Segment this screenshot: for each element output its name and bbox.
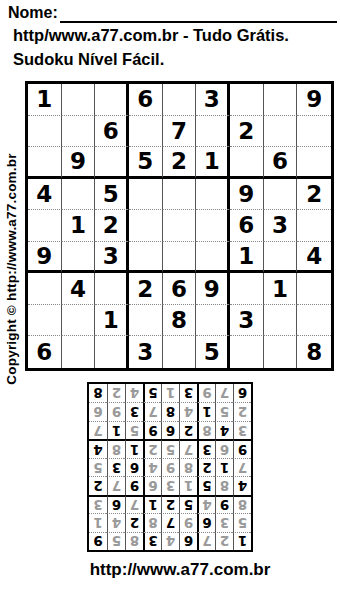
puzzle-cell-r3c2: 9 <box>62 147 96 179</box>
puzzle-cell-r9c8 <box>264 336 298 368</box>
solution-cell-r5c6: 4 <box>143 458 161 476</box>
puzzle-cell-r8c6 <box>196 305 230 337</box>
solution-cell-r2c3: 6 <box>197 513 215 531</box>
solution-cell-r5c8: 3 <box>107 458 125 476</box>
solution-cell-r2c1: 5 <box>233 513 251 531</box>
name-row: Nome: <box>8 2 337 23</box>
puzzle-cell-r4c1: 4 <box>28 179 62 211</box>
solution-cell-r5c1: 7 <box>233 458 251 476</box>
solution-cell-r6c1: 9 <box>233 439 251 457</box>
puzzle-cell-r3c1 <box>28 147 62 179</box>
puzzle-cell-r7c7 <box>230 273 264 305</box>
solution-cell-r8c5: 8 <box>161 402 179 420</box>
solution-cell-r9c2: 7 <box>215 384 233 402</box>
solution-cell-r6c4: 7 <box>179 439 197 457</box>
puzzle-cell-r7c9 <box>297 273 331 305</box>
puzzle-cell-r1c5 <box>163 84 197 116</box>
puzzle-cell-r4c9: 2 <box>297 179 331 211</box>
puzzle-cell-r5c6 <box>196 210 230 242</box>
solution-cell-r8c8: 9 <box>107 402 125 420</box>
puzzle-cell-r2c4 <box>129 116 163 148</box>
solution-cell-r5c5: 9 <box>161 458 179 476</box>
puzzle-cell-r7c5: 6 <box>163 273 197 305</box>
solution-cell-r3c3: 4 <box>197 495 215 513</box>
puzzle-cell-r9c7 <box>230 336 264 368</box>
puzzle-cell-r7c1 <box>28 273 62 305</box>
solution-cell-r5c7: 6 <box>125 458 143 476</box>
puzzle-cell-r5c2: 1 <box>62 210 96 242</box>
puzzle-cell-r7c2: 4 <box>62 273 96 305</box>
puzzle-cell-r9c5 <box>163 336 197 368</box>
puzzle-cell-r3c9 <box>297 147 331 179</box>
solution-cell-r7c7: 5 <box>125 421 143 439</box>
solution-cell-r5c2: 1 <box>215 458 233 476</box>
puzzle-cell-r4c8 <box>264 179 298 211</box>
solution-cell-r2c7: 2 <box>125 513 143 531</box>
puzzle-cell-r2c6 <box>196 116 230 148</box>
solution-cell-r4c3: 5 <box>197 476 215 494</box>
name-label: Nome: <box>8 3 58 23</box>
solution-cell-r6c7: 1 <box>125 439 143 457</box>
puzzle-cell-r8c5: 8 <box>163 305 197 337</box>
puzzle-cell-r3c3 <box>95 147 129 179</box>
solution-cell-r4c2: 8 <box>215 476 233 494</box>
puzzle-cell-r1c8 <box>264 84 298 116</box>
puzzle-cell-r4c2 <box>62 179 96 211</box>
puzzle-cell-r7c8: 1 <box>264 273 298 305</box>
puzzle-cell-r7c4: 2 <box>129 273 163 305</box>
puzzle-cell-r6c8 <box>264 242 298 274</box>
puzzle-cell-r6c6 <box>196 242 230 274</box>
puzzle-cell-r6c7: 1 <box>230 242 264 274</box>
puzzle-cell-r9c3 <box>95 336 129 368</box>
puzzle-cell-r5c9 <box>297 210 331 242</box>
puzzle-cell-r3c8: 6 <box>264 147 298 179</box>
solution-cell-r6c3: 3 <box>197 439 215 457</box>
solution-cell-r7c2: 4 <box>215 421 233 439</box>
puzzle-cell-r1c2 <box>62 84 96 116</box>
solution-cell-r5c3: 2 <box>197 458 215 476</box>
solution-cell-r9c4: 3 <box>179 384 197 402</box>
puzzle-cell-r6c2 <box>62 242 96 274</box>
site-tagline: http/www.a77.com.br - Tudo Grátis. <box>13 26 289 45</box>
solution-cell-r1c9: 9 <box>89 532 107 550</box>
puzzle-cell-r5c1 <box>28 210 62 242</box>
puzzle-cell-r8c4 <box>129 305 163 337</box>
solution-cell-r8c2: 5 <box>215 402 233 420</box>
puzzle-cell-r5c5 <box>163 210 197 242</box>
puzzle-cell-r3c5: 2 <box>163 147 197 179</box>
solution-cell-r4c5: 3 <box>161 476 179 494</box>
puzzle-cell-r8c9 <box>297 305 331 337</box>
solution-cell-r3c8: 6 <box>107 495 125 513</box>
puzzle-cell-r4c3: 5 <box>95 179 129 211</box>
puzzle-cell-r2c9 <box>297 116 331 148</box>
puzzle-cell-r8c7: 3 <box>230 305 264 337</box>
puzzle-cell-r9c4: 3 <box>129 336 163 368</box>
puzzle-cell-r3c6: 1 <box>196 147 230 179</box>
solution-cell-r3c6: 1 <box>143 495 161 513</box>
solution-cell-r9c8: 2 <box>107 384 125 402</box>
solution-cell-r4c4: 1 <box>179 476 197 494</box>
solution-cell-r1c3: 7 <box>197 532 215 550</box>
solution-cell-r1c1: 1 <box>233 532 251 550</box>
puzzle-cell-r4c5 <box>163 179 197 211</box>
solution-cell-r3c7: 7 <box>125 495 143 513</box>
solution-cell-r1c6: 3 <box>143 532 161 550</box>
solution-cell-r2c2: 3 <box>215 513 233 531</box>
solution-cell-r7c6: 9 <box>143 421 161 439</box>
solution-cell-r5c4: 8 <box>179 458 197 476</box>
solution-cell-r1c7: 8 <box>125 532 143 550</box>
puzzle-cell-r9c2 <box>62 336 96 368</box>
solution-cell-r4c9: 2 <box>89 476 107 494</box>
puzzle-cell-r8c3: 1 <box>95 305 129 337</box>
solution-cell-r3c4: 5 <box>179 495 197 513</box>
solution-cell-r1c2: 2 <box>215 532 233 550</box>
solution-cell-r9c1: 6 <box>233 384 251 402</box>
sudoku-solution-grid: 1276438595369782418945217634851369727128… <box>87 382 253 552</box>
solution-cell-r3c1: 8 <box>233 495 251 513</box>
puzzle-cell-r2c3: 6 <box>95 116 129 148</box>
puzzle-cell-r1c3 <box>95 84 129 116</box>
puzzle-cell-r4c6 <box>196 179 230 211</box>
solution-cell-r7c3: 8 <box>197 421 215 439</box>
solution-cell-r8c9: 6 <box>89 402 107 420</box>
solution-cell-r1c4: 6 <box>179 532 197 550</box>
puzzle-cell-r9c6: 5 <box>196 336 230 368</box>
solution-cell-r8c7: 3 <box>125 402 143 420</box>
solution-cell-r5c9: 5 <box>89 458 107 476</box>
solution-cell-r8c6: 7 <box>143 402 161 420</box>
puzzle-cell-r1c1: 1 <box>28 84 62 116</box>
solution-cell-r2c8: 4 <box>107 513 125 531</box>
solution-cell-r9c9: 8 <box>89 384 107 402</box>
solution-cell-r6c5: 5 <box>161 439 179 457</box>
solution-cell-r3c9: 3 <box>89 495 107 513</box>
sudoku-puzzle-grid: 163967295216459212639314426911836358 <box>25 81 334 371</box>
solution-cell-r3c2: 9 <box>215 495 233 513</box>
solution-cell-r8c1: 2 <box>233 402 251 420</box>
puzzle-cell-r9c1: 6 <box>28 336 62 368</box>
name-fill-line <box>60 2 337 23</box>
puzzle-cell-r8c8 <box>264 305 298 337</box>
solution-cell-r9c5: 1 <box>161 384 179 402</box>
puzzle-cell-r5c4 <box>129 210 163 242</box>
puzzle-cell-r1c4: 6 <box>129 84 163 116</box>
solution-cell-r9c7: 4 <box>125 384 143 402</box>
solution-cell-r6c9: 4 <box>89 439 107 457</box>
solution-cell-r7c5: 6 <box>161 421 179 439</box>
solution-cell-r2c5: 7 <box>161 513 179 531</box>
puzzle-cell-r6c4 <box>129 242 163 274</box>
puzzle-cell-r6c9: 4 <box>297 242 331 274</box>
puzzle-cell-r2c2 <box>62 116 96 148</box>
puzzle-cell-r2c5: 7 <box>163 116 197 148</box>
footer-url: http://www.a77.com.br <box>0 560 340 580</box>
puzzle-cell-r4c7: 9 <box>230 179 264 211</box>
solution-cell-r1c5: 4 <box>161 532 179 550</box>
puzzle-cell-r5c3: 2 <box>95 210 129 242</box>
sudoku-worksheet-page: Nome: http/www.a77.com.br - Tudo Grátis.… <box>0 0 340 596</box>
puzzle-cell-r1c9: 9 <box>297 84 331 116</box>
puzzle-cell-r8c2 <box>62 305 96 337</box>
puzzle-cell-r7c3 <box>95 273 129 305</box>
solution-cell-r8c3: 1 <box>197 402 215 420</box>
solution-cell-r4c6: 6 <box>143 476 161 494</box>
solution-cell-r3c5: 2 <box>161 495 179 513</box>
copyright-vertical-text: Copyright © http://www.a77.com.br <box>4 153 19 384</box>
solution-cell-r7c1: 3 <box>233 421 251 439</box>
solution-cell-r6c6: 2 <box>143 439 161 457</box>
solution-cell-r7c9: 7 <box>89 421 107 439</box>
puzzle-cell-r2c1 <box>28 116 62 148</box>
puzzle-cell-r9c9: 8 <box>297 336 331 368</box>
solution-cell-r2c9: 1 <box>89 513 107 531</box>
puzzle-cell-r5c8: 3 <box>264 210 298 242</box>
puzzle-cell-r4c4 <box>129 179 163 211</box>
solution-cell-r2c6: 8 <box>143 513 161 531</box>
puzzle-cell-r2c7: 2 <box>230 116 264 148</box>
puzzle-cell-r3c4: 5 <box>129 147 163 179</box>
puzzle-cell-r6c5 <box>163 242 197 274</box>
solution-cell-r6c2: 6 <box>215 439 233 457</box>
puzzle-level-title: Sudoku Nível Fácil. <box>13 50 164 69</box>
solution-cell-r9c3: 9 <box>197 384 215 402</box>
puzzle-cell-r6c1: 9 <box>28 242 62 274</box>
solution-cell-r1c8: 5 <box>107 532 125 550</box>
puzzle-cell-r8c1 <box>28 305 62 337</box>
puzzle-cell-r1c7 <box>230 84 264 116</box>
puzzle-cell-r2c8 <box>264 116 298 148</box>
puzzle-cell-r1c6: 3 <box>196 84 230 116</box>
solution-cell-r7c4: 2 <box>179 421 197 439</box>
puzzle-cell-r7c6: 9 <box>196 273 230 305</box>
solution-cell-r4c7: 9 <box>125 476 143 494</box>
solution-cell-r9c6: 5 <box>143 384 161 402</box>
puzzle-cell-r3c7 <box>230 147 264 179</box>
solution-cell-r2c4: 9 <box>179 513 197 531</box>
solution-cell-r8c4: 4 <box>179 402 197 420</box>
solution-cell-r7c8: 1 <box>107 421 125 439</box>
solution-cell-r6c8: 8 <box>107 439 125 457</box>
solution-cell-r4c8: 7 <box>107 476 125 494</box>
solution-cell-r4c1: 4 <box>233 476 251 494</box>
puzzle-cell-r6c3: 3 <box>95 242 129 274</box>
puzzle-cell-r5c7: 6 <box>230 210 264 242</box>
